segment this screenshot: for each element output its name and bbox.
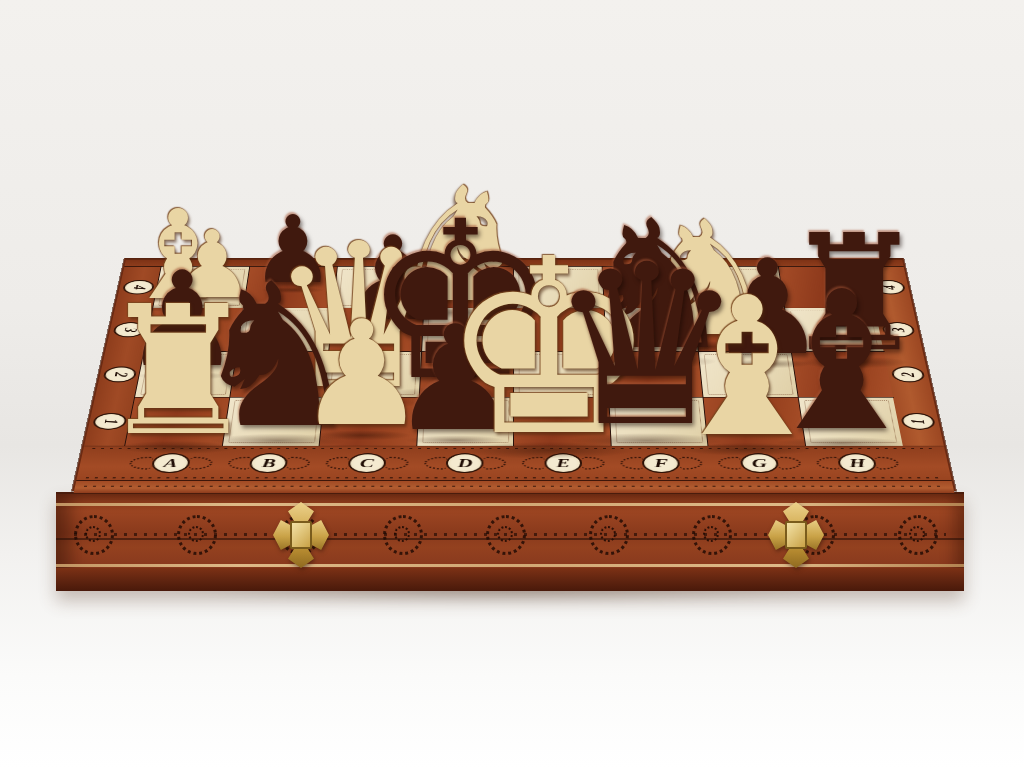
brass-clasp-right[interactable] (768, 502, 824, 568)
photo-stage: 44332211 ABCDEFGH ♝♟♟♟♞♞♟♛♚♞♟♜♜♞♟♟♚♛♝♝ (0, 0, 1024, 768)
chess-box-front (56, 492, 964, 591)
clasp-buckle (785, 521, 807, 549)
piece-dark-bishop-h1[interactable]: ♝ (755, 266, 927, 458)
inlay-stripe-bottom (56, 564, 964, 567)
lid-seam (56, 538, 964, 540)
spiral-ornament (692, 515, 732, 555)
inlay-stripe-top (56, 503, 964, 506)
clasp-buckle (290, 521, 312, 549)
spiral-ornament (74, 515, 114, 555)
box-base-edge (56, 568, 964, 591)
brass-clasp-left[interactable] (273, 502, 329, 568)
spiral-ornament (589, 515, 629, 555)
spiral-ornament (898, 515, 938, 555)
spiral-carving-band (56, 507, 964, 565)
spiral-ornament (486, 515, 526, 555)
spiral-ornament (177, 515, 217, 555)
spiral-ornament (383, 515, 423, 555)
